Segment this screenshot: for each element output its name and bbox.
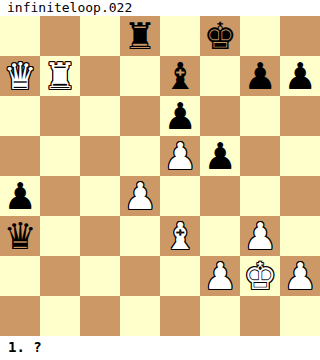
square-d6[interactable] [120, 96, 160, 136]
black-pawn[interactable]: ♟ [240, 56, 280, 96]
square-e4[interactable] [160, 176, 200, 216]
square-h4[interactable] [280, 176, 320, 216]
square-d7[interactable] [120, 56, 160, 96]
square-f5[interactable]: ♟ [200, 136, 240, 176]
square-e5[interactable]: ♟ [160, 136, 200, 176]
square-d3[interactable] [120, 216, 160, 256]
chess-diagram-window: infiniteloop.022 ♜♚♛♜♝♟♟♟♟♟♟♟♛♝♟♟♚♟ 1. ? [0, 0, 320, 360]
black-pawn[interactable]: ♟ [160, 96, 200, 136]
square-b2[interactable] [40, 256, 80, 296]
square-b8[interactable] [40, 16, 80, 56]
square-f4[interactable] [200, 176, 240, 216]
square-c7[interactable] [80, 56, 120, 96]
square-f8[interactable]: ♚ [200, 16, 240, 56]
white-king[interactable]: ♚ [240, 256, 280, 296]
square-a4[interactable]: ♟ [0, 176, 40, 216]
square-f7[interactable] [200, 56, 240, 96]
square-g3[interactable]: ♟ [240, 216, 280, 256]
square-f3[interactable] [200, 216, 240, 256]
square-a1[interactable] [0, 296, 40, 336]
square-h8[interactable] [280, 16, 320, 56]
square-d2[interactable] [120, 256, 160, 296]
square-f2[interactable]: ♟ [200, 256, 240, 296]
black-bishop[interactable]: ♝ [160, 56, 200, 96]
white-rook[interactable]: ♜ [40, 56, 80, 96]
square-a3[interactable]: ♛ [0, 216, 40, 256]
square-f6[interactable] [200, 96, 240, 136]
square-d1[interactable] [120, 296, 160, 336]
square-a2[interactable] [0, 256, 40, 296]
move-prompt: 1. ? [0, 336, 320, 360]
square-g1[interactable] [240, 296, 280, 336]
square-f1[interactable] [200, 296, 240, 336]
square-b3[interactable] [40, 216, 80, 256]
black-pawn[interactable]: ♟ [280, 56, 320, 96]
square-b5[interactable] [40, 136, 80, 176]
square-c1[interactable] [80, 296, 120, 336]
square-g2[interactable]: ♚ [240, 256, 280, 296]
square-e1[interactable] [160, 296, 200, 336]
square-c4[interactable] [80, 176, 120, 216]
white-queen[interactable]: ♛ [0, 56, 40, 96]
white-bishop[interactable]: ♝ [160, 216, 200, 256]
square-a7[interactable]: ♛ [0, 56, 40, 96]
square-c6[interactable] [80, 96, 120, 136]
square-h2[interactable]: ♟ [280, 256, 320, 296]
square-d8[interactable]: ♜ [120, 16, 160, 56]
square-g4[interactable] [240, 176, 280, 216]
square-a8[interactable] [0, 16, 40, 56]
puzzle-title: infiniteloop.022 [0, 0, 320, 16]
square-g8[interactable] [240, 16, 280, 56]
square-g6[interactable] [240, 96, 280, 136]
square-b1[interactable] [40, 296, 80, 336]
square-b4[interactable] [40, 176, 80, 216]
square-h6[interactable] [280, 96, 320, 136]
white-pawn[interactable]: ♟ [160, 136, 200, 176]
square-c2[interactable] [80, 256, 120, 296]
square-d5[interactable] [120, 136, 160, 176]
black-rook[interactable]: ♜ [120, 16, 160, 56]
square-c3[interactable] [80, 216, 120, 256]
black-king[interactable]: ♚ [200, 16, 240, 56]
black-pawn[interactable]: ♟ [0, 176, 40, 216]
square-a6[interactable] [0, 96, 40, 136]
square-a5[interactable] [0, 136, 40, 176]
square-g5[interactable] [240, 136, 280, 176]
square-h3[interactable] [280, 216, 320, 256]
square-h1[interactable] [280, 296, 320, 336]
square-g7[interactable]: ♟ [240, 56, 280, 96]
square-b6[interactable] [40, 96, 80, 136]
square-c5[interactable] [80, 136, 120, 176]
square-e8[interactable] [160, 16, 200, 56]
square-e6[interactable]: ♟ [160, 96, 200, 136]
square-e2[interactable] [160, 256, 200, 296]
square-b7[interactable]: ♜ [40, 56, 80, 96]
black-pawn[interactable]: ♟ [200, 136, 240, 176]
chess-board: ♜♚♛♜♝♟♟♟♟♟♟♟♛♝♟♟♚♟ [0, 16, 320, 336]
white-pawn[interactable]: ♟ [200, 256, 240, 296]
square-h7[interactable]: ♟ [280, 56, 320, 96]
square-d4[interactable]: ♟ [120, 176, 160, 216]
square-e7[interactable]: ♝ [160, 56, 200, 96]
square-e3[interactable]: ♝ [160, 216, 200, 256]
square-c8[interactable] [80, 16, 120, 56]
black-queen[interactable]: ♛ [0, 216, 40, 256]
square-h5[interactable] [280, 136, 320, 176]
white-pawn[interactable]: ♟ [240, 216, 280, 256]
white-pawn[interactable]: ♟ [120, 176, 160, 216]
white-pawn[interactable]: ♟ [280, 256, 320, 296]
